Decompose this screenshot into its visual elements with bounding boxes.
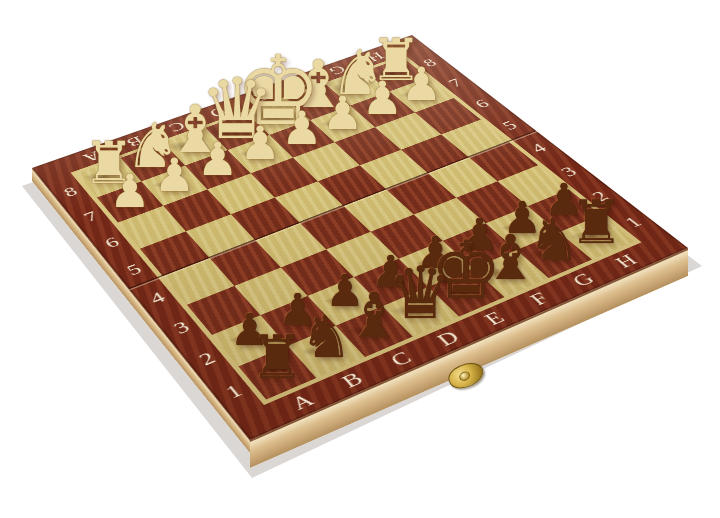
- piece-light-pawn-a7[interactable]: ♟: [84, 168, 176, 214]
- piece-dark-rook-a1[interactable]: ♜: [217, 327, 337, 387]
- photo-scene: ABCDEFGHABCDEFGH8765432187654321 ♜♞♟♝♟♚♟…: [0, 0, 720, 518]
- pieces-layer: ♜♞♟♝♟♚♟♛♟♝♟♞♟♜♟♟♟♟♜♟♞♟♝♟♚♟♛♟♝♟♞♜: [0, 0, 720, 518]
